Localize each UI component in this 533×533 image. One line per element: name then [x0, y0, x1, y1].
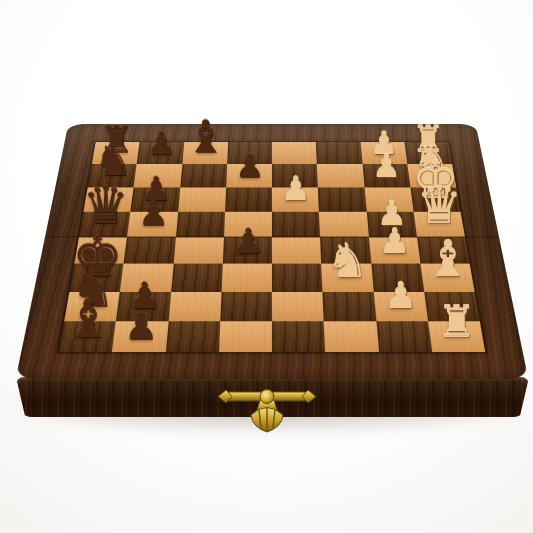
square-r4c7 — [417, 237, 470, 264]
square-r5c1 — [120, 264, 173, 292]
square-r0c4 — [272, 142, 317, 164]
square-r6c6 — [373, 292, 428, 321]
square-r7c6 — [376, 321, 432, 352]
square-r5c3 — [221, 264, 272, 292]
square-r7c7 — [428, 321, 485, 352]
square-r7c1 — [112, 321, 168, 352]
chess-set-photo: ♜♟♝♞♟♟♛♟♟♚♞♟♝♟♟♜♟♞♟♚♟♛♟♞♝♟♜ — [0, 0, 533, 533]
square-r5c0 — [69, 264, 123, 292]
square-r7c3 — [219, 321, 272, 352]
square-r1c5 — [317, 164, 364, 187]
square-r4c1 — [124, 237, 176, 264]
square-r1c3 — [226, 164, 272, 187]
square-r6c3 — [220, 292, 272, 321]
square-r2c3 — [225, 187, 272, 211]
square-r0c1 — [137, 142, 184, 164]
brass-clasp — [215, 386, 319, 436]
square-r4c3 — [223, 237, 272, 264]
square-r5c4 — [272, 264, 323, 292]
square-r6c0 — [64, 292, 120, 321]
square-r3c7 — [413, 212, 465, 237]
square-r4c5 — [320, 237, 371, 264]
square-r3c0 — [79, 212, 131, 237]
square-r0c6 — [360, 142, 407, 164]
square-r2c4 — [272, 187, 319, 211]
fold-seam — [45, 236, 499, 238]
square-r6c2 — [168, 292, 221, 321]
square-r6c5 — [323, 292, 376, 321]
square-r0c2 — [182, 142, 228, 164]
square-r2c0 — [83, 187, 133, 211]
square-r0c5 — [316, 142, 362, 164]
square-r1c1 — [134, 164, 182, 187]
square-r2c1 — [131, 187, 180, 211]
square-r1c0 — [88, 164, 137, 187]
square-r6c4 — [272, 292, 324, 321]
square-r5c2 — [171, 264, 223, 292]
square-r3c1 — [127, 212, 177, 237]
clasp-pendant — [251, 400, 283, 432]
square-r7c0 — [59, 321, 116, 352]
square-r6c1 — [116, 292, 171, 321]
square-r4c0 — [74, 237, 127, 264]
square-r3c4 — [272, 212, 320, 237]
chess-board — [16, 124, 529, 379]
square-r2c7 — [410, 187, 460, 211]
square-r4c4 — [272, 237, 321, 264]
square-r1c4 — [272, 164, 318, 187]
square-r3c5 — [319, 212, 368, 237]
square-r0c3 — [227, 142, 272, 164]
square-r3c2 — [176, 212, 225, 237]
square-r0c0 — [92, 142, 140, 164]
square-r3c3 — [224, 212, 272, 237]
board-grid — [59, 142, 486, 352]
square-r6c7 — [424, 292, 480, 321]
square-r2c6 — [364, 187, 413, 211]
square-r7c2 — [165, 321, 220, 352]
clasp-knob — [260, 390, 274, 404]
square-r7c5 — [324, 321, 379, 352]
square-r1c6 — [362, 164, 410, 187]
square-r1c7 — [407, 164, 456, 187]
square-r5c6 — [371, 264, 424, 292]
square-r2c5 — [318, 187, 366, 211]
square-r0c7 — [404, 142, 452, 164]
square-r4c6 — [369, 237, 421, 264]
square-r3c6 — [366, 212, 416, 237]
square-r7c4 — [272, 321, 325, 352]
square-r4c2 — [173, 237, 224, 264]
square-r5c5 — [321, 264, 373, 292]
square-r5c7 — [420, 264, 474, 292]
square-r1c2 — [180, 164, 227, 187]
square-r2c2 — [178, 187, 226, 211]
